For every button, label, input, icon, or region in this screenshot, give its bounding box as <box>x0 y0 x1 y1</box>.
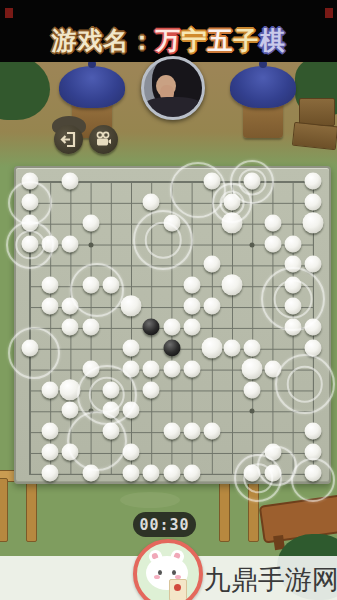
record-camera-icon <box>89 131 118 148</box>
star-point <box>88 409 93 414</box>
player-avatar[interactable] <box>141 56 205 120</box>
white-stone <box>305 318 322 335</box>
white-stone <box>284 277 301 294</box>
corner-mark-right <box>325 8 333 18</box>
white-stone <box>143 381 160 398</box>
white-stone <box>305 423 322 440</box>
title-char: 名 <box>104 24 130 57</box>
ripple-ring <box>67 411 127 471</box>
white-stone <box>102 277 119 294</box>
title-char: 游 <box>52 24 78 57</box>
white-stone <box>22 193 39 210</box>
white-stone <box>62 444 79 461</box>
white-stone <box>62 235 79 252</box>
white-stone <box>22 214 39 231</box>
white-stone <box>42 277 59 294</box>
white-stone <box>305 193 322 210</box>
white-stone <box>62 318 79 335</box>
board-grid[interactable] <box>29 181 314 475</box>
timer-value: 00:30 <box>139 516 189 534</box>
white-stone <box>264 464 281 481</box>
white-stone <box>264 444 281 461</box>
white-stone <box>163 360 180 377</box>
white-stone <box>123 444 140 461</box>
white-stone <box>123 339 140 356</box>
white-stone <box>305 172 322 189</box>
white-stone <box>183 464 200 481</box>
white-stone <box>163 318 180 335</box>
white-stone <box>244 464 261 481</box>
white-stone <box>62 172 79 189</box>
white-stone <box>22 339 39 356</box>
white-stone <box>222 212 243 233</box>
white-stone <box>163 214 180 231</box>
white-stone <box>284 298 301 315</box>
back-icon <box>54 131 83 148</box>
white-stone <box>102 402 119 419</box>
white-stone <box>22 235 39 252</box>
white-stone <box>123 402 140 419</box>
title-char: 戏 <box>78 24 104 57</box>
game-board <box>14 166 331 484</box>
white-stone <box>143 464 160 481</box>
canopy-left <box>59 66 125 108</box>
white-stone <box>82 277 99 294</box>
white-stone <box>244 381 261 398</box>
white-stone <box>203 298 220 315</box>
white-stone <box>82 214 99 231</box>
white-stone <box>264 360 281 377</box>
white-stone <box>203 423 220 440</box>
title-char: 五 <box>208 24 234 57</box>
canopy-right <box>230 66 296 108</box>
white-stone <box>264 235 281 252</box>
white-stone <box>305 256 322 273</box>
white-stone <box>183 360 200 377</box>
avatar-body <box>144 97 202 119</box>
black-stone <box>163 339 180 356</box>
white-stone <box>203 172 220 189</box>
white-stone <box>123 360 140 377</box>
crate-top <box>299 98 335 126</box>
white-stone <box>201 337 222 358</box>
record-button[interactable] <box>89 125 118 154</box>
title-char: 子 <box>234 24 260 57</box>
white-stone <box>42 464 59 481</box>
timer-pill: 00:30 <box>133 512 196 537</box>
white-stone <box>222 275 243 296</box>
white-stone <box>183 423 200 440</box>
white-stone <box>42 423 59 440</box>
white-stone <box>203 256 220 273</box>
white-stone <box>305 444 322 461</box>
back-button[interactable] <box>54 125 83 154</box>
white-stone <box>303 212 324 233</box>
white-stone <box>82 464 99 481</box>
title-bar: 游戏名：万宁五子棋 <box>0 0 337 62</box>
title-char: ： <box>130 24 156 57</box>
ripple-ring <box>170 162 226 218</box>
white-stone <box>183 318 200 335</box>
white-stone <box>102 381 119 398</box>
game-scene: 00:30 九鼎手游网 <box>0 62 337 600</box>
game-screen: 游戏名：万宁五子棋 <box>0 0 337 600</box>
title-char: 棋 <box>260 24 286 57</box>
title-char: 万 <box>156 24 182 57</box>
white-stone <box>183 277 200 294</box>
white-stone <box>82 360 99 377</box>
corner-mark-left <box>5 8 13 18</box>
white-stone <box>82 318 99 335</box>
white-stone <box>62 402 79 419</box>
white-stone <box>284 256 301 273</box>
foliage-left <box>0 56 50 120</box>
white-stone <box>264 214 281 231</box>
white-stone <box>305 464 322 481</box>
white-stone <box>121 295 142 316</box>
crate-bottom <box>292 122 337 150</box>
white-stone <box>22 172 39 189</box>
white-stone <box>62 298 79 315</box>
white-stone <box>224 339 241 356</box>
white-stone <box>42 444 59 461</box>
white-stone <box>284 318 301 335</box>
white-stone <box>163 464 180 481</box>
watermark-text: 九鼎手游网 <box>204 562 337 598</box>
white-stone <box>244 339 261 356</box>
star-point <box>250 242 255 247</box>
white-stone <box>143 193 160 210</box>
white-stone <box>242 358 263 379</box>
white-stone <box>42 298 59 315</box>
ripple-ring <box>275 354 335 414</box>
white-stone <box>244 172 261 189</box>
white-stone <box>143 360 160 377</box>
white-stone <box>123 464 140 481</box>
mascot-avatar <box>133 539 203 600</box>
white-stone <box>42 235 59 252</box>
title-char: 宁 <box>182 24 208 57</box>
game-title: 游戏名：万宁五子棋 <box>0 24 337 57</box>
white-stone <box>163 423 180 440</box>
white-stone <box>183 298 200 315</box>
star-point <box>250 409 255 414</box>
white-stone <box>224 193 241 210</box>
cat-card <box>169 579 187 600</box>
white-stone <box>60 379 81 400</box>
white-stone <box>305 339 322 356</box>
white-stone <box>284 235 301 252</box>
white-stone <box>102 423 119 440</box>
black-stone <box>143 318 160 335</box>
white-stone <box>42 381 59 398</box>
star-point <box>88 242 93 247</box>
